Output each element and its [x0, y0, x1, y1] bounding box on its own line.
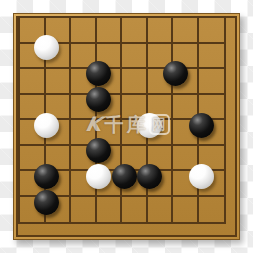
board-cell: [20, 146, 46, 172]
board-cell: [173, 171, 199, 197]
watermark-text-ku: 库: [127, 113, 146, 135]
board-cell: [122, 171, 148, 197]
board-cell: [173, 69, 199, 95]
board-cell: [20, 69, 46, 95]
board-cell: [148, 197, 174, 223]
board-cell: [71, 197, 97, 223]
board-cell: [71, 18, 97, 44]
board-cell: [122, 69, 148, 95]
board-cell: [97, 197, 123, 223]
board-cell: [148, 171, 174, 197]
watermark: K 千 库 网: [86, 112, 170, 136]
board-cell: [199, 171, 225, 197]
board-cell: [71, 44, 97, 70]
board-cell: [148, 44, 174, 70]
board-cell: [173, 146, 199, 172]
board-cell: [148, 146, 174, 172]
board-cell: [46, 69, 72, 95]
board-cell: [46, 171, 72, 197]
board-cell: [97, 69, 123, 95]
watermark-text-qian: 千: [105, 113, 124, 135]
board-cell: [199, 95, 225, 121]
board-cell: [20, 18, 46, 44]
board-cell: [97, 18, 123, 44]
board-cell: [148, 18, 174, 44]
board-cell: [122, 197, 148, 223]
board-cell: [173, 18, 199, 44]
board-cell: [173, 197, 199, 223]
watermark-net-badge: 网: [149, 114, 170, 135]
watermark-logo-icon: K: [84, 113, 104, 135]
board-cell: [199, 120, 225, 146]
board-cell: [173, 44, 199, 70]
transparent-checkerboard-background: K 千 库 网: [0, 0, 253, 253]
board-cell: [46, 146, 72, 172]
board-cell: [46, 18, 72, 44]
board-cell: [20, 120, 46, 146]
board-cell: [20, 95, 46, 121]
board-cell: [71, 171, 97, 197]
board-cell: [20, 197, 46, 223]
board-cell: [46, 120, 72, 146]
board-cell: [199, 18, 225, 44]
board-cell: [46, 197, 72, 223]
board-cell: [122, 44, 148, 70]
board-cell: [199, 197, 225, 223]
board-cell: [46, 44, 72, 70]
watermark-text-wang: 网: [152, 116, 166, 132]
board-cell: [20, 171, 46, 197]
board-cell: [71, 69, 97, 95]
board-cell: [122, 146, 148, 172]
board-cell: [97, 146, 123, 172]
board-cell: [122, 18, 148, 44]
board-cell: [199, 146, 225, 172]
board-cell: [71, 146, 97, 172]
board-cell: [46, 95, 72, 121]
board-cell: [148, 69, 174, 95]
board-cell: [20, 44, 46, 70]
board-cell: [173, 95, 199, 121]
board-cell: [199, 69, 225, 95]
board-cell: [97, 171, 123, 197]
board-cell: [97, 44, 123, 70]
board-cell: [199, 44, 225, 70]
board-cell: [173, 120, 199, 146]
